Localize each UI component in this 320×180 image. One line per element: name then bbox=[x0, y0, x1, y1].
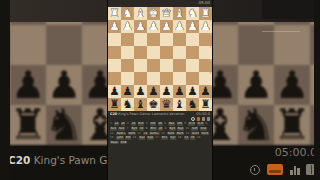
square[interactable] bbox=[160, 46, 173, 59]
square[interactable]: 8a♜ bbox=[199, 98, 212, 111]
square[interactable] bbox=[186, 46, 199, 59]
square[interactable]: 3 bbox=[199, 33, 212, 46]
square[interactable]: c♝ bbox=[173, 98, 186, 111]
move-number: 16. bbox=[133, 136, 137, 140]
white-piece: ♟ bbox=[109, 20, 119, 33]
panel-icons bbox=[191, 117, 210, 121]
chart-icon bbox=[290, 165, 302, 175]
square[interactable] bbox=[108, 46, 121, 59]
square[interactable]: ♟ bbox=[186, 20, 199, 33]
bg-clock: 05:00.0 bbox=[275, 146, 317, 159]
progress-bar bbox=[262, 31, 300, 32]
background-piece: ♟ bbox=[10, 65, 46, 105]
white-piece: ♟ bbox=[187, 20, 197, 33]
square[interactable] bbox=[147, 46, 160, 59]
move[interactable]: Qxf3 bbox=[201, 132, 209, 136]
square[interactable] bbox=[173, 46, 186, 59]
square[interactable] bbox=[108, 59, 121, 72]
move-number: 17. bbox=[155, 136, 159, 140]
square[interactable] bbox=[147, 59, 160, 72]
square[interactable]: g♞ bbox=[121, 98, 134, 111]
square[interactable]: ♟ bbox=[147, 20, 160, 33]
opening-text: King's Pawn Game: Leonardis Variation bbox=[118, 112, 184, 116]
white-piece: ♟ bbox=[135, 20, 145, 33]
clock-icon[interactable] bbox=[191, 117, 195, 121]
square[interactable] bbox=[121, 59, 134, 72]
opening-name: C20 King's Pawn Game: Leonardis Variatio… bbox=[110, 112, 189, 116]
square[interactable]: 4 bbox=[199, 46, 212, 59]
move-panel: C20 King's Pawn Game: Leonardis Variatio… bbox=[108, 111, 212, 180]
square[interactable]: ♟ bbox=[108, 20, 121, 33]
background-piece: ♜ bbox=[10, 105, 46, 145]
background-piece: ♟ bbox=[274, 65, 310, 105]
square[interactable] bbox=[173, 33, 186, 46]
white-piece: ♟ bbox=[122, 20, 132, 33]
square[interactable] bbox=[121, 46, 134, 59]
square[interactable]: e♚ bbox=[147, 98, 160, 111]
square[interactable]: ♟ bbox=[121, 20, 134, 33]
square[interactable]: d♛ bbox=[160, 98, 173, 111]
board-icon[interactable] bbox=[197, 117, 201, 121]
square[interactable] bbox=[147, 33, 160, 46]
white-piece: ♟ bbox=[174, 20, 184, 33]
square[interactable] bbox=[186, 59, 199, 72]
background-piece: ♜ bbox=[274, 105, 310, 145]
background-piece: ♞ bbox=[46, 105, 82, 145]
move-list: 1.e4e52.d3Bc53.Nf3d64.Be2Nf65.O-OO-O6.Nc… bbox=[110, 122, 210, 146]
panel-header-right: 05:00.0 bbox=[191, 112, 210, 121]
square[interactable]: ♟ bbox=[173, 20, 186, 33]
bg-top-right-shade bbox=[262, 0, 320, 19]
square[interactable] bbox=[121, 33, 134, 46]
board-icon bbox=[267, 164, 283, 175]
move[interactable]: Rg6 bbox=[147, 136, 154, 140]
square[interactable] bbox=[134, 59, 147, 72]
panel-header: C20 King's Pawn Game: Leonardis Variatio… bbox=[110, 112, 210, 121]
square[interactable]: 5 bbox=[199, 59, 212, 72]
square[interactable] bbox=[173, 59, 186, 72]
move[interactable]: Rh8 bbox=[120, 141, 127, 145]
background-piece: ♞ bbox=[238, 105, 274, 145]
move[interactable]: Rag1 bbox=[110, 141, 119, 145]
square[interactable] bbox=[134, 46, 147, 59]
bg-square bbox=[46, 25, 82, 65]
square[interactable]: b♞ bbox=[186, 98, 199, 111]
square[interactable]: h♜ bbox=[108, 98, 121, 111]
move-number: 19. bbox=[197, 136, 201, 140]
player-clock: 05:00.0 bbox=[196, 112, 210, 116]
opponent-clock: 05:00 bbox=[198, 0, 210, 5]
move[interactable]: Kg7 bbox=[170, 136, 177, 140]
clock-icon bbox=[250, 165, 260, 175]
move-number: 18. bbox=[178, 136, 182, 140]
white-piece: ♟ bbox=[148, 20, 158, 33]
square[interactable]: ♟ bbox=[134, 20, 147, 33]
move[interactable]: Kg2 bbox=[139, 136, 146, 140]
bg-square bbox=[10, 25, 46, 65]
square[interactable]: ♟ bbox=[160, 20, 173, 33]
move[interactable]: Rh1 bbox=[161, 136, 168, 140]
square[interactable] bbox=[186, 33, 199, 46]
square[interactable] bbox=[160, 59, 173, 72]
white-piece: ♟ bbox=[161, 20, 171, 33]
square[interactable] bbox=[134, 33, 147, 46]
video-frame: ♟♟♟♜♞♝ ♟♟♟♝♞♜67 C20 King's Pawn Game: 05… bbox=[0, 0, 320, 180]
move[interactable]: h4 bbox=[184, 136, 189, 140]
left-vignette bbox=[0, 0, 10, 180]
square[interactable] bbox=[108, 33, 121, 46]
right-vignette bbox=[314, 0, 320, 180]
move[interactable]: h5 bbox=[190, 136, 195, 140]
eco-code: C20 bbox=[110, 112, 117, 116]
board: ♜♞♝♚♛♝♞1♜♟♟♟♟♟♟♟2♟3456♟♟♟♟♟♟♟7♟h♜g♞f♝e♚d… bbox=[108, 7, 212, 111]
chart-icon[interactable] bbox=[202, 117, 206, 121]
square[interactable] bbox=[160, 33, 173, 46]
book-icon[interactable] bbox=[207, 117, 211, 121]
black-piece: ♝ bbox=[135, 98, 145, 111]
phone-screenshot: 05:00 ♜♞♝♚♛♝♞1♜♟♟♟♟♟♟♟2♟3456♟♟♟♟♟♟♟7♟h♜g… bbox=[108, 0, 212, 180]
square[interactable]: 2♟ bbox=[199, 20, 212, 33]
square[interactable]: f♝ bbox=[134, 98, 147, 111]
bg-eco-code: C20 bbox=[8, 154, 30, 166]
